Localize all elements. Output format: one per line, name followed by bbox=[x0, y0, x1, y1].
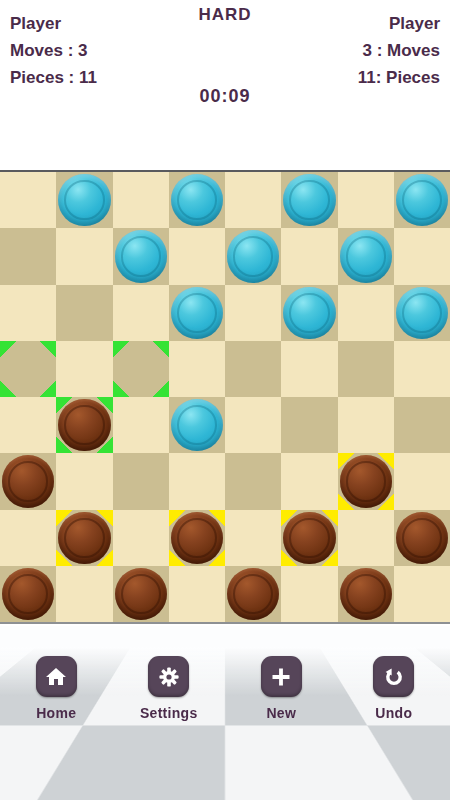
plus-icon bbox=[269, 665, 293, 689]
toolbar: Home bbox=[0, 656, 450, 721]
board-cell-r4c0 bbox=[0, 397, 56, 453]
board-cell-r4c5[interactable] bbox=[281, 397, 337, 453]
board-cell-r7c0[interactable] bbox=[0, 566, 56, 622]
board-cell-r4c1[interactable] bbox=[56, 397, 112, 453]
checkers-app-screen: HARD Player Moves : 3 Pieces : 11 Player… bbox=[0, 0, 450, 800]
home-button-square[interactable] bbox=[36, 656, 77, 697]
gear-icon bbox=[157, 665, 181, 689]
blue-piece[interactable] bbox=[171, 399, 223, 451]
brown-piece[interactable] bbox=[340, 568, 392, 620]
board-cell-r6c5[interactable] bbox=[281, 510, 337, 566]
undo-button-square[interactable] bbox=[373, 656, 414, 697]
board-cell-r5c5 bbox=[281, 453, 337, 509]
board-cell-r5c3 bbox=[169, 453, 225, 509]
right-player-stats: Player 3 : Moves 11: Pieces bbox=[358, 10, 440, 91]
board-cell-r6c4 bbox=[225, 510, 281, 566]
board-cell-r3c7 bbox=[394, 341, 450, 397]
board-cell-r1c3 bbox=[169, 228, 225, 284]
new-game-button-square[interactable] bbox=[261, 656, 302, 697]
board-cell-r1c7 bbox=[394, 228, 450, 284]
board-cell-r0c2 bbox=[113, 172, 169, 228]
brown-piece[interactable] bbox=[2, 455, 54, 507]
board-cell-r6c0 bbox=[0, 510, 56, 566]
left-player-name: Player bbox=[10, 10, 97, 37]
settings-button-label: Settings bbox=[140, 705, 198, 721]
board-cell-r5c4[interactable] bbox=[225, 453, 281, 509]
board-cell-r6c7[interactable] bbox=[394, 510, 450, 566]
board-cell-r2c2 bbox=[113, 285, 169, 341]
board-cell-r3c4[interactable] bbox=[225, 341, 281, 397]
board-cell-r4c2 bbox=[113, 397, 169, 453]
board-cell-r4c3[interactable] bbox=[169, 397, 225, 453]
board-cell-r4c7[interactable] bbox=[394, 397, 450, 453]
board-cell-r7c5 bbox=[281, 566, 337, 622]
board-cell-r3c6[interactable] bbox=[338, 341, 394, 397]
brown-piece[interactable] bbox=[115, 568, 167, 620]
board-cell-r7c1 bbox=[56, 566, 112, 622]
right-player-moves: 3 : Moves bbox=[358, 37, 440, 64]
board-cell-r0c4 bbox=[225, 172, 281, 228]
board-cell-r1c5 bbox=[281, 228, 337, 284]
new-game-button-label: New bbox=[266, 705, 296, 721]
brown-piece[interactable] bbox=[283, 512, 335, 564]
board-cell-r5c2[interactable] bbox=[113, 453, 169, 509]
board-cell-r6c3[interactable] bbox=[169, 510, 225, 566]
brown-piece[interactable] bbox=[2, 568, 54, 620]
home-button-label: Home bbox=[36, 705, 76, 721]
brown-piece[interactable] bbox=[58, 399, 110, 451]
blue-piece[interactable] bbox=[115, 230, 167, 282]
board-cell-r4c6 bbox=[338, 397, 394, 453]
board-cell-r0c7[interactable] bbox=[394, 172, 450, 228]
board-cell-r0c1[interactable] bbox=[56, 172, 112, 228]
undo-icon bbox=[382, 665, 406, 689]
board bbox=[0, 170, 450, 624]
blue-piece[interactable] bbox=[340, 230, 392, 282]
board-cell-r2c7[interactable] bbox=[394, 285, 450, 341]
board-cell-r3c0[interactable] bbox=[0, 341, 56, 397]
board-cell-r3c1 bbox=[56, 341, 112, 397]
settings-button[interactable]: Settings bbox=[113, 656, 226, 721]
game-timer: 00:09 bbox=[0, 86, 450, 107]
blue-piece[interactable] bbox=[396, 174, 448, 226]
left-player-stats: Player Moves : 3 Pieces : 11 bbox=[10, 10, 97, 91]
brown-piece[interactable] bbox=[171, 512, 223, 564]
board-cell-r7c2[interactable] bbox=[113, 566, 169, 622]
undo-button[interactable]: Undo bbox=[338, 656, 450, 721]
board-cell-r1c6[interactable] bbox=[338, 228, 394, 284]
blue-piece[interactable] bbox=[283, 287, 335, 339]
board-cell-r0c6 bbox=[338, 172, 394, 228]
blue-piece[interactable] bbox=[227, 230, 279, 282]
board-cell-r0c5[interactable] bbox=[281, 172, 337, 228]
board-cell-r6c6 bbox=[338, 510, 394, 566]
board-cell-r0c3[interactable] bbox=[169, 172, 225, 228]
blue-piece[interactable] bbox=[171, 287, 223, 339]
board-cell-r5c6[interactable] bbox=[338, 453, 394, 509]
left-player-moves: Moves : 3 bbox=[10, 37, 97, 64]
board-cell-r1c2[interactable] bbox=[113, 228, 169, 284]
board-cell-r0c0 bbox=[0, 172, 56, 228]
board-cell-r7c4[interactable] bbox=[225, 566, 281, 622]
board-cell-r3c2[interactable] bbox=[113, 341, 169, 397]
brown-piece[interactable] bbox=[396, 512, 448, 564]
bottom-panel: Home bbox=[0, 626, 450, 800]
board-cell-r2c1[interactable] bbox=[56, 285, 112, 341]
blue-piece[interactable] bbox=[283, 174, 335, 226]
board-cell-r4c4 bbox=[225, 397, 281, 453]
new-game-button[interactable]: New bbox=[225, 656, 338, 721]
board-cell-r1c1 bbox=[56, 228, 112, 284]
board-cell-r1c4[interactable] bbox=[225, 228, 281, 284]
blue-piece[interactable] bbox=[171, 174, 223, 226]
board-cell-r2c3[interactable] bbox=[169, 285, 225, 341]
brown-piece[interactable] bbox=[340, 455, 392, 507]
board-cell-r5c1 bbox=[56, 453, 112, 509]
undo-button-label: Undo bbox=[375, 705, 412, 721]
settings-button-square[interactable] bbox=[148, 656, 189, 697]
right-player-name: Player bbox=[358, 10, 440, 37]
board-cell-r7c6[interactable] bbox=[338, 566, 394, 622]
blue-piece[interactable] bbox=[58, 174, 110, 226]
brown-piece[interactable] bbox=[58, 512, 110, 564]
board-cell-r2c5[interactable] bbox=[281, 285, 337, 341]
brown-piece[interactable] bbox=[227, 568, 279, 620]
blue-piece[interactable] bbox=[396, 287, 448, 339]
board-cell-r5c0[interactable] bbox=[0, 453, 56, 509]
header: HARD Player Moves : 3 Pieces : 11 Player… bbox=[0, 0, 450, 170]
board-cell-r7c3 bbox=[169, 566, 225, 622]
board-cell-r2c0 bbox=[0, 285, 56, 341]
board-cell-r7c7 bbox=[394, 566, 450, 622]
board-cell-r6c2 bbox=[113, 510, 169, 566]
board-cell-r5c7 bbox=[394, 453, 450, 509]
board-cell-r6c1[interactable] bbox=[56, 510, 112, 566]
board-cell-r1c0[interactable] bbox=[0, 228, 56, 284]
board-cell-r2c6 bbox=[338, 285, 394, 341]
board-cell-r3c5 bbox=[281, 341, 337, 397]
home-button[interactable]: Home bbox=[0, 656, 113, 721]
home-icon bbox=[44, 665, 68, 689]
board-cell-r3c3 bbox=[169, 341, 225, 397]
board-cell-r2c4 bbox=[225, 285, 281, 341]
